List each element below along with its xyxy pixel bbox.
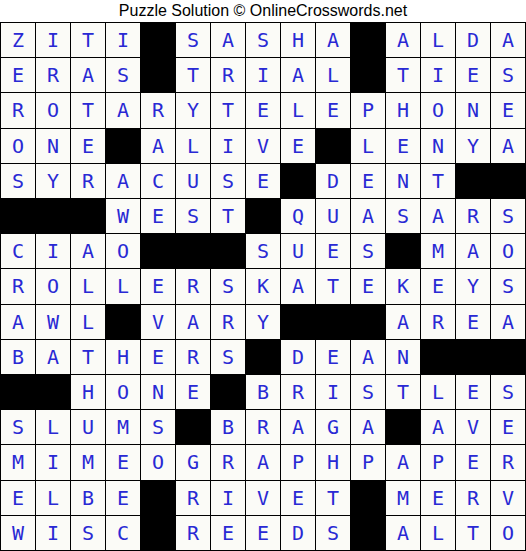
letter-cell-r10c7: S	[211, 340, 245, 374]
letter-cell-r4c5: A	[141, 129, 175, 163]
letter-cell-r11c15: S	[491, 375, 525, 409]
letter-cell-r10c4: H	[106, 340, 140, 374]
black-cell-r9c10	[316, 305, 350, 339]
letter-cell-r15c15: O	[491, 516, 525, 550]
letter-cell-r1c6: S	[176, 23, 210, 57]
letter-cell-r12c13: A	[421, 410, 455, 444]
letter-cell-r6c14: R	[456, 199, 490, 233]
letter-cell-r5c7: S	[211, 164, 245, 198]
black-cell-r10c13	[421, 340, 455, 374]
letter-cell-r13c5: O	[141, 445, 175, 479]
letter-cell-r14c2: L	[36, 481, 70, 515]
letter-cell-r2c6: T	[176, 58, 210, 92]
letter-cell-r5c6: U	[176, 164, 210, 198]
letter-cell-r5c4: A	[106, 164, 140, 198]
letter-cell-r6c6: S	[176, 199, 210, 233]
letter-cell-r9c5: V	[141, 305, 175, 339]
letter-cell-r4c6: L	[176, 129, 210, 163]
black-cell-r4c4	[106, 129, 140, 163]
black-cell-r6c3	[71, 199, 105, 233]
letter-cell-r13c9: P	[281, 445, 315, 479]
black-cell-r7c6	[176, 234, 210, 268]
letter-cell-r2c15: S	[491, 58, 525, 92]
letter-cell-r7c9: U	[281, 234, 315, 268]
letter-cell-r10c5: E	[141, 340, 175, 374]
letter-cell-r7c10: E	[316, 234, 350, 268]
letter-cell-r10c10: E	[316, 340, 350, 374]
letter-cell-r8c4: L	[106, 269, 140, 303]
letter-cell-r11c9: R	[281, 375, 315, 409]
black-cell-r14c11	[351, 481, 385, 515]
letter-cell-r15c12: A	[386, 516, 420, 550]
letter-cell-r4c1: O	[1, 129, 35, 163]
letter-cell-r11c8: B	[246, 375, 280, 409]
letter-cell-r14c13: E	[421, 481, 455, 515]
letter-cell-r13c7: R	[211, 445, 245, 479]
letter-cell-r5c10: D	[316, 164, 350, 198]
letter-cell-r12c11: A	[351, 410, 385, 444]
letter-cell-r6c15: S	[491, 199, 525, 233]
letter-cell-r3c1: R	[1, 93, 35, 127]
letter-cell-r15c8: E	[246, 516, 280, 550]
black-cell-r4c10	[316, 129, 350, 163]
letter-cell-r3c13: O	[421, 93, 455, 127]
black-cell-r10c8	[246, 340, 280, 374]
black-cell-r15c11	[351, 516, 385, 550]
letter-cell-r5c3: R	[71, 164, 105, 198]
letter-cell-r14c14: R	[456, 481, 490, 515]
letter-cell-r9c8: Y	[246, 305, 280, 339]
letter-cell-r13c15: R	[491, 445, 525, 479]
letter-cell-r11c12: T	[386, 375, 420, 409]
letter-cell-r6c9: Q	[281, 199, 315, 233]
letter-cell-r2c13: I	[421, 58, 455, 92]
letter-cell-r12c3: U	[71, 410, 105, 444]
letter-cell-r7c8: S	[246, 234, 280, 268]
letter-cell-r2c3: A	[71, 58, 105, 92]
letter-cell-r11c13: L	[421, 375, 455, 409]
letter-cell-r10c3: T	[71, 340, 105, 374]
letter-cell-r3c8: E	[246, 93, 280, 127]
black-cell-r11c7	[211, 375, 245, 409]
letter-cell-r6c10: U	[316, 199, 350, 233]
letter-cell-r8c6: R	[176, 269, 210, 303]
letter-cell-r12c14: V	[456, 410, 490, 444]
letter-cell-r8c3: L	[71, 269, 105, 303]
letter-cell-r9c6: A	[176, 305, 210, 339]
letter-cell-r9c15: A	[491, 305, 525, 339]
puzzle-solution-page: Puzzle Solution © OnlineCrosswords.net Z…	[0, 0, 526, 551]
letter-cell-r15c2: I	[36, 516, 70, 550]
letter-cell-r12c8: R	[246, 410, 280, 444]
letter-cell-r10c9: D	[281, 340, 315, 374]
letter-cell-r12c1: S	[1, 410, 35, 444]
letter-cell-r7c3: A	[71, 234, 105, 268]
letter-cell-r8c14: Y	[456, 269, 490, 303]
letter-cell-r6c4: W	[106, 199, 140, 233]
black-cell-r2c5	[141, 58, 175, 92]
letter-cell-r4c2: N	[36, 129, 70, 163]
black-cell-r11c2	[36, 375, 70, 409]
letter-cell-r12c5: S	[141, 410, 175, 444]
letter-cell-r4c14: Y	[456, 129, 490, 163]
letter-cell-r15c7: E	[211, 516, 245, 550]
black-cell-r7c7	[211, 234, 245, 268]
letter-cell-r14c3: B	[71, 481, 105, 515]
letter-cell-r11c3: H	[71, 375, 105, 409]
letter-cell-r6c13: A	[421, 199, 455, 233]
black-cell-r14c5	[141, 481, 175, 515]
letter-cell-r14c6: R	[176, 481, 210, 515]
letter-cell-r9c1: A	[1, 305, 35, 339]
letter-cell-r9c2: W	[36, 305, 70, 339]
letter-cell-r14c7: I	[211, 481, 245, 515]
letter-cell-r12c2: L	[36, 410, 70, 444]
letter-cell-r4c11: L	[351, 129, 385, 163]
letter-cell-r14c10: T	[316, 481, 350, 515]
letter-cell-r10c1: B	[1, 340, 35, 374]
letter-cell-r13c2: I	[36, 445, 70, 479]
letter-cell-r3c14: N	[456, 93, 490, 127]
letter-cell-r3c12: H	[386, 93, 420, 127]
black-cell-r1c11	[351, 23, 385, 57]
letter-cell-r2c9: A	[281, 58, 315, 92]
crossword-grid: ZITISASHAALDAERASTRIALTIESROTARYTELEPHON…	[0, 22, 526, 551]
letter-cell-r7c15: O	[491, 234, 525, 268]
black-cell-r12c6	[176, 410, 210, 444]
black-cell-r6c1	[1, 199, 35, 233]
letter-cell-r8c8: K	[246, 269, 280, 303]
black-cell-r5c9	[281, 164, 315, 198]
letter-cell-r9c13: R	[421, 305, 455, 339]
letter-cell-r2c10: L	[316, 58, 350, 92]
letter-cell-r13c3: M	[71, 445, 105, 479]
letter-cell-r1c1: Z	[1, 23, 35, 57]
letter-cell-r1c14: D	[456, 23, 490, 57]
letter-cell-r5c2: Y	[36, 164, 70, 198]
letter-cell-r4c9: E	[281, 129, 315, 163]
letter-cell-r8c15: S	[491, 269, 525, 303]
black-cell-r1c5	[141, 23, 175, 57]
letter-cell-r13c1: M	[1, 445, 35, 479]
letter-cell-r8c7: S	[211, 269, 245, 303]
letter-cell-r11c11: S	[351, 375, 385, 409]
letter-cell-r14c15: V	[491, 481, 525, 515]
letter-cell-r4c8: V	[246, 129, 280, 163]
letter-cell-r1c8: S	[246, 23, 280, 57]
black-cell-r2c11	[351, 58, 385, 92]
letter-cell-r1c9: H	[281, 23, 315, 57]
letter-cell-r3c3: T	[71, 93, 105, 127]
letter-cell-r1c13: L	[421, 23, 455, 57]
letter-cell-r7c2: I	[36, 234, 70, 268]
letter-cell-r15c14: T	[456, 516, 490, 550]
black-cell-r6c2	[36, 199, 70, 233]
letter-cell-r3c7: T	[211, 93, 245, 127]
letter-cell-r7c14: A	[456, 234, 490, 268]
letter-cell-r9c3: L	[71, 305, 105, 339]
letter-cell-r1c12: A	[386, 23, 420, 57]
letter-cell-r5c12: N	[386, 164, 420, 198]
letter-cell-r2c14: E	[456, 58, 490, 92]
letter-cell-r1c10: A	[316, 23, 350, 57]
letter-cell-r7c13: M	[421, 234, 455, 268]
letter-cell-r8c13: E	[421, 269, 455, 303]
black-cell-r9c4	[106, 305, 140, 339]
page-title: Puzzle Solution © OnlineCrosswords.net	[0, 0, 526, 22]
letter-cell-r3c2: O	[36, 93, 70, 127]
letter-cell-r15c4: C	[106, 516, 140, 550]
letter-cell-r14c12: M	[386, 481, 420, 515]
letter-cell-r15c13: L	[421, 516, 455, 550]
letter-cell-r10c11: A	[351, 340, 385, 374]
letter-cell-r11c10: I	[316, 375, 350, 409]
letter-cell-r1c15: A	[491, 23, 525, 57]
letter-cell-r15c10: S	[316, 516, 350, 550]
letter-cell-r13c12: A	[386, 445, 420, 479]
letter-cell-r15c3: S	[71, 516, 105, 550]
letter-cell-r5c5: C	[141, 164, 175, 198]
black-cell-r6c8	[246, 199, 280, 233]
letter-cell-r7c11: S	[351, 234, 385, 268]
black-cell-r9c11	[351, 305, 385, 339]
letter-cell-r1c2: I	[36, 23, 70, 57]
letter-cell-r11c5: N	[141, 375, 175, 409]
letter-cell-r3c6: Y	[176, 93, 210, 127]
letter-cell-r4c15: A	[491, 129, 525, 163]
letter-cell-r6c12: S	[386, 199, 420, 233]
letter-cell-r6c11: A	[351, 199, 385, 233]
letter-cell-r2c7: R	[211, 58, 245, 92]
letter-cell-r4c12: E	[386, 129, 420, 163]
black-cell-r10c15	[491, 340, 525, 374]
letter-cell-r8c5: E	[141, 269, 175, 303]
letter-cell-r13c8: A	[246, 445, 280, 479]
letter-cell-r12c7: B	[211, 410, 245, 444]
letter-cell-r6c5: E	[141, 199, 175, 233]
letter-cell-r9c12: A	[386, 305, 420, 339]
letter-cell-r11c4: O	[106, 375, 140, 409]
letter-cell-r8c12: K	[386, 269, 420, 303]
letter-cell-r15c6: R	[176, 516, 210, 550]
letter-cell-r4c13: N	[421, 129, 455, 163]
letter-cell-r15c1: W	[1, 516, 35, 550]
letter-cell-r13c11: P	[351, 445, 385, 479]
letter-cell-r13c6: G	[176, 445, 210, 479]
letter-cell-r10c12: N	[386, 340, 420, 374]
letter-cell-r11c6: E	[176, 375, 210, 409]
letter-cell-r15c9: D	[281, 516, 315, 550]
letter-cell-r3c10: E	[316, 93, 350, 127]
black-cell-r11c1	[1, 375, 35, 409]
letter-cell-r13c4: E	[106, 445, 140, 479]
letter-cell-r12c15: E	[491, 410, 525, 444]
letter-cell-r3c5: R	[141, 93, 175, 127]
letter-cell-r8c11: E	[351, 269, 385, 303]
letter-cell-r10c2: A	[36, 340, 70, 374]
letter-cell-r1c7: A	[211, 23, 245, 57]
letter-cell-r8c9: A	[281, 269, 315, 303]
letter-cell-r2c2: R	[36, 58, 70, 92]
letter-cell-r12c4: M	[106, 410, 140, 444]
letter-cell-r14c8: V	[246, 481, 280, 515]
letter-cell-r9c14: E	[456, 305, 490, 339]
letter-cell-r7c4: O	[106, 234, 140, 268]
letter-cell-r9c7: R	[211, 305, 245, 339]
letter-cell-r14c9: E	[281, 481, 315, 515]
black-cell-r15c5	[141, 516, 175, 550]
letter-cell-r6c7: T	[211, 199, 245, 233]
black-cell-r10c14	[456, 340, 490, 374]
letter-cell-r14c1: E	[1, 481, 35, 515]
black-cell-r5c15	[491, 164, 525, 198]
letter-cell-r4c7: I	[211, 129, 245, 163]
letter-cell-r10c6: R	[176, 340, 210, 374]
letter-cell-r12c10: G	[316, 410, 350, 444]
letter-cell-r13c13: P	[421, 445, 455, 479]
letter-cell-r1c4: I	[106, 23, 140, 57]
black-cell-r7c12	[386, 234, 420, 268]
letter-cell-r3c11: P	[351, 93, 385, 127]
letter-cell-r5c8: E	[246, 164, 280, 198]
letter-cell-r8c2: O	[36, 269, 70, 303]
letter-cell-r11c14: E	[456, 375, 490, 409]
black-cell-r9c9	[281, 305, 315, 339]
letter-cell-r12c9: A	[281, 410, 315, 444]
black-cell-r7c5	[141, 234, 175, 268]
letter-cell-r2c4: S	[106, 58, 140, 92]
letter-cell-r5c11: E	[351, 164, 385, 198]
letter-cell-r3c9: L	[281, 93, 315, 127]
letter-cell-r8c10: T	[316, 269, 350, 303]
letter-cell-r2c8: I	[246, 58, 280, 92]
letter-cell-r14c4: E	[106, 481, 140, 515]
letter-cell-r1c3: T	[71, 23, 105, 57]
letter-cell-r13c14: E	[456, 445, 490, 479]
letter-cell-r3c4: A	[106, 93, 140, 127]
letter-cell-r13c10: H	[316, 445, 350, 479]
black-cell-r12c12	[386, 410, 420, 444]
black-cell-r5c14	[456, 164, 490, 198]
letter-cell-r4c3: E	[71, 129, 105, 163]
letter-cell-r5c13: T	[421, 164, 455, 198]
letter-cell-r3c15: E	[491, 93, 525, 127]
letter-cell-r2c1: E	[1, 58, 35, 92]
letter-cell-r2c12: T	[386, 58, 420, 92]
letter-cell-r8c1: R	[1, 269, 35, 303]
letter-cell-r5c1: S	[1, 164, 35, 198]
letter-cell-r7c1: C	[1, 234, 35, 268]
